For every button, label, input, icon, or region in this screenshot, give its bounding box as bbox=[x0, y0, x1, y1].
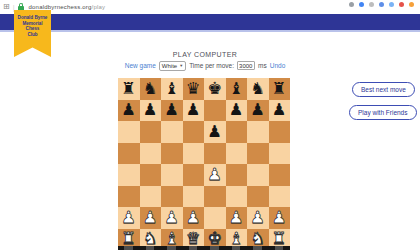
black-pawn-icon: ♟ bbox=[269, 100, 291, 122]
square-e6[interactable]: ♟ bbox=[204, 121, 226, 143]
black-bishop-icon: ♝ bbox=[226, 78, 248, 100]
square-b3[interactable] bbox=[140, 186, 162, 208]
black-queen-icon: ♛ bbox=[183, 78, 205, 100]
ribbon-line: Club bbox=[14, 32, 51, 38]
square-e8[interactable]: ♚ bbox=[204, 78, 226, 100]
white-pawn-icon: ♟ bbox=[247, 207, 269, 229]
white-pawn-icon: ♟ bbox=[183, 207, 205, 229]
square-a5[interactable] bbox=[118, 143, 140, 165]
square-g8[interactable]: ♞ bbox=[247, 78, 269, 100]
square-f6[interactable] bbox=[226, 121, 248, 143]
blue-dot-icon[interactable] bbox=[359, 2, 364, 7]
square-b7[interactable]: ♟ bbox=[140, 100, 162, 122]
new-game-link[interactable]: New game bbox=[125, 62, 156, 69]
square-d7[interactable]: ♟ bbox=[183, 100, 205, 122]
square-h3[interactable] bbox=[269, 186, 291, 208]
square-d5[interactable] bbox=[183, 143, 205, 165]
black-pawn-icon: ♟ bbox=[226, 100, 248, 122]
square-a4[interactable] bbox=[118, 164, 140, 186]
square-g7[interactable]: ♟ bbox=[247, 100, 269, 122]
black-pawn-icon: ♟ bbox=[247, 100, 269, 122]
navbar bbox=[0, 14, 420, 32]
square-h5[interactable] bbox=[269, 143, 291, 165]
apps-grid-icon[interactable]: ⊞ bbox=[3, 2, 10, 12]
square-f7[interactable]: ♟ bbox=[226, 100, 248, 122]
best-next-move-button[interactable]: Best next move bbox=[352, 82, 415, 97]
square-e7[interactable] bbox=[204, 100, 226, 122]
browser-address-bar[interactable]: ⊞ | donaldbyrnechess.org/play bbox=[0, 0, 420, 14]
page: ⊞ | donaldbyrnechess.org/play Donald Byr… bbox=[0, 0, 420, 250]
black-rook-icon: ♜ bbox=[269, 78, 291, 100]
red-dot-icon[interactable] bbox=[399, 2, 404, 7]
square-g2[interactable]: ♟ bbox=[247, 207, 269, 229]
square-c8[interactable]: ♝ bbox=[161, 78, 183, 100]
square-f3[interactable] bbox=[226, 186, 248, 208]
black-pawn-icon: ♟ bbox=[183, 100, 205, 122]
chevron-down-icon: ▼ bbox=[179, 63, 183, 68]
square-c7[interactable]: ♟ bbox=[161, 100, 183, 122]
square-d8[interactable]: ♛ bbox=[183, 78, 205, 100]
square-h8[interactable]: ♜ bbox=[269, 78, 291, 100]
heart-icon[interactable] bbox=[369, 2, 374, 7]
black-rook-icon: ♜ bbox=[118, 78, 140, 100]
square-g3[interactable] bbox=[247, 186, 269, 208]
square-d2[interactable]: ♟ bbox=[183, 207, 205, 229]
club-ribbon[interactable]: Donald Byrne Memorial Chess Club bbox=[14, 10, 51, 57]
time-per-move-input[interactable] bbox=[237, 61, 255, 70]
white-pawn-icon: ♟ bbox=[204, 164, 226, 186]
square-a8[interactable]: ♜ bbox=[118, 78, 140, 100]
url-text[interactable]: donaldbyrnechess.org/play bbox=[29, 4, 106, 10]
square-b8[interactable]: ♞ bbox=[140, 78, 162, 100]
board-bottom-strip bbox=[118, 246, 290, 250]
white-pawn-icon: ♟ bbox=[161, 207, 183, 229]
square-c4[interactable] bbox=[161, 164, 183, 186]
square-f8[interactable]: ♝ bbox=[226, 78, 248, 100]
square-b6[interactable] bbox=[140, 121, 162, 143]
square-e2[interactable] bbox=[204, 207, 226, 229]
url-path: /play bbox=[92, 4, 106, 10]
white-pawn-icon: ♟ bbox=[118, 207, 140, 229]
black-bishop-icon: ♝ bbox=[161, 78, 183, 100]
page-title: PLAY COMPUTER bbox=[110, 51, 300, 58]
undo-link[interactable]: Undo bbox=[270, 62, 286, 69]
square-d3[interactable] bbox=[183, 186, 205, 208]
square-c3[interactable] bbox=[161, 186, 183, 208]
game-controls: New game White ▼ Time per move: ms Undo bbox=[112, 60, 298, 71]
black-king-icon: ♚ bbox=[204, 78, 226, 100]
ribbon-line: Donald Byrne bbox=[14, 15, 51, 21]
square-b4[interactable] bbox=[140, 164, 162, 186]
white-pawn-icon: ♟ bbox=[269, 207, 291, 229]
square-a7[interactable]: ♟ bbox=[118, 100, 140, 122]
square-b2[interactable]: ♟ bbox=[140, 207, 162, 229]
square-a3[interactable] bbox=[118, 186, 140, 208]
square-h6[interactable] bbox=[269, 121, 291, 143]
cloud-icon[interactable] bbox=[389, 2, 394, 7]
black-knight-icon: ♞ bbox=[140, 78, 162, 100]
square-d6[interactable] bbox=[183, 121, 205, 143]
black-pawn-icon: ♟ bbox=[204, 121, 226, 143]
square-g4[interactable] bbox=[247, 164, 269, 186]
square-c5[interactable] bbox=[161, 143, 183, 165]
black-pawn-icon: ♟ bbox=[161, 100, 183, 122]
play-with-friends-button[interactable]: Play with Friends bbox=[349, 105, 417, 120]
browser-extension-icons bbox=[349, 2, 414, 7]
square-h4[interactable] bbox=[269, 164, 291, 186]
square-a2[interactable]: ♟ bbox=[118, 207, 140, 229]
puzzle-icon[interactable] bbox=[379, 2, 384, 7]
square-c6[interactable] bbox=[161, 121, 183, 143]
time-unit-label: ms bbox=[258, 62, 267, 69]
square-a6[interactable] bbox=[118, 121, 140, 143]
black-knight-icon: ♞ bbox=[247, 78, 269, 100]
square-g6[interactable] bbox=[247, 121, 269, 143]
chess-board[interactable]: ♜♞♝♛♚♝♞♜♟♟♟♟♟♟♟♟♟♟♟♟♟♟♟♟♜♞♝♛♚♝♞♜ bbox=[118, 78, 290, 250]
orange-dot-icon[interactable] bbox=[409, 2, 414, 7]
square-d4[interactable] bbox=[183, 164, 205, 186]
time-per-move-label: Time per move: bbox=[189, 62, 234, 69]
color-select[interactable]: White ▼ bbox=[159, 61, 186, 71]
square-f2[interactable]: ♟ bbox=[226, 207, 248, 229]
chrome-separator: | bbox=[13, 4, 15, 11]
square-f5[interactable] bbox=[226, 143, 248, 165]
square-e4[interactable]: ♟ bbox=[204, 164, 226, 186]
square-b5[interactable] bbox=[140, 143, 162, 165]
black-pawn-icon: ♟ bbox=[118, 100, 140, 122]
white-pawn-icon: ♟ bbox=[140, 207, 162, 229]
camera-icon[interactable] bbox=[349, 2, 354, 7]
square-e3[interactable] bbox=[204, 186, 226, 208]
color-select-value: White bbox=[162, 63, 177, 69]
url-host: donaldbyrnechess.org bbox=[29, 4, 92, 10]
square-g5[interactable] bbox=[247, 143, 269, 165]
square-f4[interactable] bbox=[226, 164, 248, 186]
black-pawn-icon: ♟ bbox=[140, 100, 162, 122]
square-e5[interactable] bbox=[204, 143, 226, 165]
square-h7[interactable]: ♟ bbox=[269, 100, 291, 122]
square-h2[interactable]: ♟ bbox=[269, 207, 291, 229]
square-c2[interactable]: ♟ bbox=[161, 207, 183, 229]
white-pawn-icon: ♟ bbox=[226, 207, 248, 229]
